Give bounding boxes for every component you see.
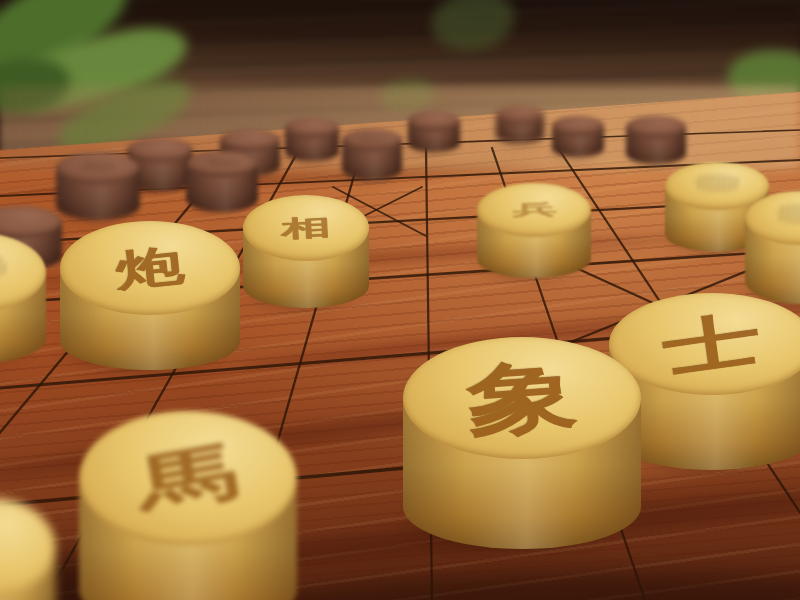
piece-top: 象 xyxy=(403,337,641,459)
engraving-smudge xyxy=(206,157,238,167)
piece-dark-d9[interactable] xyxy=(496,106,544,144)
photo-scene: 炮相兵士象馬 xyxy=(0,0,800,600)
piece-light-far-right-b[interactable] xyxy=(745,191,800,307)
piece-light-horse-馬[interactable]: 馬 xyxy=(79,411,297,600)
piece-top xyxy=(220,129,280,151)
piece-dark-d8[interactable] xyxy=(408,111,460,153)
piece-glyph-兵: 兵 xyxy=(512,203,556,218)
piece-glyph-士: 士 xyxy=(659,308,764,380)
piece-light-cannon-炮[interactable]: 炮 xyxy=(60,221,240,375)
piece-light-soldier-兵[interactable]: 兵 xyxy=(477,183,591,281)
piece-light-left-edge[interactable] xyxy=(0,232,46,368)
piece-light-elephant-象[interactable]: 象 xyxy=(403,337,641,555)
engraving-smudge xyxy=(359,134,385,142)
piece-top: 相 xyxy=(243,195,369,261)
engraving-smudge xyxy=(0,251,5,281)
piece-top xyxy=(496,106,544,124)
piece-top xyxy=(408,111,460,131)
piece-top xyxy=(285,118,339,138)
engraving-smudge xyxy=(694,174,740,192)
piece-top: 馬 xyxy=(79,411,297,545)
piece-dark-d7[interactable] xyxy=(342,129,402,181)
piece-glyph-炮: 炮 xyxy=(114,243,186,292)
piece-top xyxy=(342,129,402,151)
pieces-layer: 炮相兵士象馬 xyxy=(0,0,800,600)
piece-glyph-象: 象 xyxy=(464,356,579,440)
piece-dark-d10[interactable] xyxy=(552,116,604,158)
piece-top xyxy=(626,116,686,138)
engraving-smudge xyxy=(80,160,117,172)
piece-dark-d2[interactable] xyxy=(56,152,140,222)
piece-glyph-相: 相 xyxy=(280,215,331,240)
piece-glyph-馬: 馬 xyxy=(133,439,242,517)
piece-top xyxy=(56,152,140,184)
piece-top xyxy=(186,151,258,177)
piece-light-elephant-rel-相[interactable]: 相 xyxy=(243,195,369,311)
piece-dark-d11[interactable] xyxy=(626,116,686,165)
engraving-smudge xyxy=(776,204,800,225)
piece-dark-d6[interactable] xyxy=(285,118,339,162)
piece-top: 炮 xyxy=(60,221,240,315)
piece-top: 兵 xyxy=(477,183,591,237)
piece-light-bottom-left[interactable] xyxy=(0,498,56,600)
piece-top xyxy=(552,116,604,136)
